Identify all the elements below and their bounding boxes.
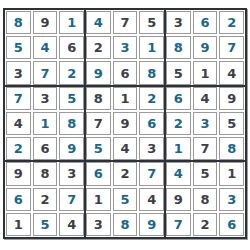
- cell-r1c9[interactable]: 2: [219, 11, 244, 34]
- cell-r9c2[interactable]: 5: [33, 213, 58, 236]
- cell-r8c4[interactable]: 1: [86, 188, 111, 211]
- cell-r5c7[interactable]: 2: [166, 112, 191, 135]
- cell-r8c3[interactable]: 7: [59, 188, 84, 211]
- cell-r5c4[interactable]: 7: [86, 112, 111, 135]
- cell-r2c4[interactable]: 2: [86, 36, 111, 59]
- cell-r8c2[interactable]: 2: [33, 188, 58, 211]
- cell-r9c8[interactable]: 2: [193, 213, 218, 236]
- cell-r4c1[interactable]: 7: [6, 87, 31, 110]
- cell-r7c7[interactable]: 4: [166, 162, 191, 185]
- cell-r5c1[interactable]: 4: [6, 112, 31, 135]
- cell-r6c8[interactable]: 7: [193, 137, 218, 160]
- cell-r2c6[interactable]: 1: [139, 36, 164, 59]
- cell-r9c5[interactable]: 8: [113, 213, 138, 236]
- cell-r5c6[interactable]: 6: [139, 112, 164, 135]
- cell-r1c6[interactable]: 5: [139, 11, 164, 34]
- cell-r3c3[interactable]: 2: [59, 61, 84, 84]
- cell-r9c1[interactable]: 1: [6, 213, 31, 236]
- box-separator-horizontal-1: [5, 85, 245, 87]
- cell-r7c3[interactable]: 3: [59, 162, 84, 185]
- cell-r4c8[interactable]: 4: [193, 87, 218, 110]
- cell-r4c7[interactable]: 6: [166, 87, 191, 110]
- cell-r3c5[interactable]: 6: [113, 61, 138, 84]
- box-separator-vertical-1: [84, 10, 86, 237]
- cell-r7c8[interactable]: 5: [193, 162, 218, 185]
- cell-r7c4[interactable]: 6: [86, 162, 111, 185]
- cell-r1c7[interactable]: 3: [166, 11, 191, 34]
- cell-r3c8[interactable]: 1: [193, 61, 218, 84]
- cell-r1c8[interactable]: 6: [193, 11, 218, 34]
- box-separator-horizontal-2: [5, 160, 245, 162]
- cell-r4c2[interactable]: 3: [33, 87, 58, 110]
- cell-r2c9[interactable]: 7: [219, 36, 244, 59]
- cell-r2c5[interactable]: 3: [113, 36, 138, 59]
- cell-r1c2[interactable]: 9: [33, 11, 58, 34]
- cell-r8c5[interactable]: 5: [113, 188, 138, 211]
- cell-r3c7[interactable]: 5: [166, 61, 191, 84]
- cell-r9c7[interactable]: 7: [166, 213, 191, 236]
- cell-r6c9[interactable]: 8: [219, 137, 244, 160]
- cell-r1c5[interactable]: 7: [113, 11, 138, 34]
- cell-r6c7[interactable]: 1: [166, 137, 191, 160]
- cell-r8c6[interactable]: 4: [139, 188, 164, 211]
- cell-r4c5[interactable]: 1: [113, 87, 138, 110]
- cell-r8c8[interactable]: 8: [193, 188, 218, 211]
- cell-r6c1[interactable]: 2: [6, 137, 31, 160]
- cell-r7c6[interactable]: 7: [139, 162, 164, 185]
- cell-r9c6[interactable]: 9: [139, 213, 164, 236]
- sudoku-board: 8914753625462318973729685147358126494187…: [3, 8, 247, 239]
- cell-r6c6[interactable]: 3: [139, 137, 164, 160]
- cell-r6c2[interactable]: 6: [33, 137, 58, 160]
- cell-r5c5[interactable]: 9: [113, 112, 138, 135]
- cell-r9c4[interactable]: 3: [86, 213, 111, 236]
- cell-r7c2[interactable]: 8: [33, 162, 58, 185]
- cell-r6c4[interactable]: 5: [86, 137, 111, 160]
- cell-r1c3[interactable]: 1: [59, 11, 84, 34]
- cell-r8c1[interactable]: 6: [6, 188, 31, 211]
- cell-r1c1[interactable]: 8: [6, 11, 31, 34]
- cell-r3c2[interactable]: 7: [33, 61, 58, 84]
- cell-r8c9[interactable]: 3: [219, 188, 244, 211]
- cell-r3c6[interactable]: 8: [139, 61, 164, 84]
- cell-r4c3[interactable]: 5: [59, 87, 84, 110]
- cell-r6c3[interactable]: 9: [59, 137, 84, 160]
- sudoku-page: 8914753625462318973729685147358126494187…: [0, 0, 250, 250]
- cell-r5c8[interactable]: 3: [193, 112, 218, 135]
- cell-r3c1[interactable]: 3: [6, 61, 31, 84]
- cell-r1c4[interactable]: 4: [86, 11, 111, 34]
- cell-r7c9[interactable]: 1: [219, 162, 244, 185]
- cell-r2c7[interactable]: 8: [166, 36, 191, 59]
- cell-r4c6[interactable]: 2: [139, 87, 164, 110]
- cell-r4c4[interactable]: 8: [86, 87, 111, 110]
- cell-r9c9[interactable]: 6: [219, 213, 244, 236]
- cell-r3c9[interactable]: 4: [219, 61, 244, 84]
- cell-r3c4[interactable]: 9: [86, 61, 111, 84]
- cell-r5c9[interactable]: 5: [219, 112, 244, 135]
- box-separator-vertical-2: [164, 10, 166, 237]
- cell-r9c3[interactable]: 4: [59, 213, 84, 236]
- cell-r2c8[interactable]: 9: [193, 36, 218, 59]
- cell-r2c1[interactable]: 5: [6, 36, 31, 59]
- cell-r7c5[interactable]: 2: [113, 162, 138, 185]
- cell-r7c1[interactable]: 9: [6, 162, 31, 185]
- cell-r5c2[interactable]: 1: [33, 112, 58, 135]
- cell-r4c9[interactable]: 9: [219, 87, 244, 110]
- cell-r5c3[interactable]: 8: [59, 112, 84, 135]
- cell-r6c5[interactable]: 4: [113, 137, 138, 160]
- cell-r2c3[interactable]: 6: [59, 36, 84, 59]
- cell-r8c7[interactable]: 9: [166, 188, 191, 211]
- cell-r2c2[interactable]: 4: [33, 36, 58, 59]
